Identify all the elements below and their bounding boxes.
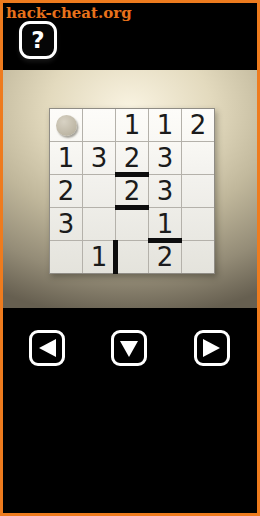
question-mark-icon: ? (31, 27, 44, 53)
move-down-button[interactable] (111, 330, 147, 366)
right-arrow-icon (200, 336, 224, 360)
grid-cell-r5c5 (182, 241, 214, 273)
play-area: 11213232233112 (3, 70, 257, 308)
wall-bottom-r4c4 (148, 238, 182, 243)
game-screen: hack-cheat.org ? 11213232233112 (0, 0, 260, 516)
grid-cell-r1c5: 2 (182, 109, 214, 141)
direction-controls (3, 330, 257, 370)
help-button[interactable]: ? (19, 21, 57, 59)
grid-cell-r4c4: 1 (149, 208, 181, 240)
left-arrow-icon (35, 336, 59, 360)
grid-cell-r2c4: 3 (149, 142, 181, 174)
grid-cell-r5c2: 1 (83, 241, 115, 273)
wall-bottom-r3c3 (115, 205, 149, 210)
grid-cell-r1c2 (83, 109, 115, 141)
grid-cell-r5c4: 2 (149, 241, 181, 273)
wall-left-r5c3 (113, 240, 118, 274)
grid-cell-r3c4: 3 (149, 175, 181, 207)
grid-cell-r3c2 (83, 175, 115, 207)
grid-cell-r1c4: 1 (149, 109, 181, 141)
grid-cell-r3c5 (182, 175, 214, 207)
move-left-button[interactable] (29, 330, 65, 366)
grid-cell-r2c2: 3 (83, 142, 115, 174)
grid-cell-r4c5 (182, 208, 214, 240)
grid-cell-r4c3 (116, 208, 148, 240)
wall-bottom-r2c3 (115, 172, 149, 177)
puzzle-board: 11213232233112 (49, 108, 215, 274)
grid-cell-r1c1 (50, 109, 82, 141)
grid-cell-r5c3 (116, 241, 148, 273)
move-right-button[interactable] (194, 330, 230, 366)
grid-cell-r2c3: 2 (116, 142, 148, 174)
grid-cell-r5c1 (50, 241, 82, 273)
grid-cell-r3c1: 2 (50, 175, 82, 207)
grid-cell-r1c3: 1 (116, 109, 148, 141)
down-arrow-icon (117, 336, 141, 360)
ball (56, 115, 77, 136)
grid-cell-r2c5 (182, 142, 214, 174)
grid-cell-r4c1: 3 (50, 208, 82, 240)
grid-cell-r3c3: 2 (116, 175, 148, 207)
watermark-text: hack-cheat.org (6, 5, 132, 22)
grid-cell-r4c2 (83, 208, 115, 240)
grid-cell-r2c1: 1 (50, 142, 82, 174)
